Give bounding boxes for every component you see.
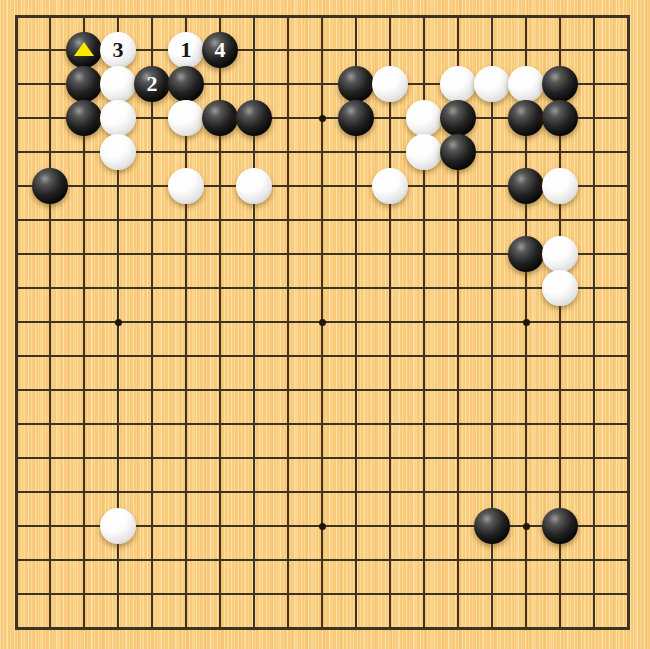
black-stone <box>440 134 476 170</box>
grid-line-horizontal <box>15 423 630 425</box>
grid-line-horizontal <box>15 491 630 493</box>
grid-line-vertical <box>593 15 595 630</box>
white-stone <box>508 66 544 102</box>
star-point <box>115 319 122 326</box>
black-stone <box>134 66 170 102</box>
black-stone <box>542 508 578 544</box>
white-stone <box>440 66 476 102</box>
white-stone <box>100 134 136 170</box>
black-stone <box>474 508 510 544</box>
black-stone <box>508 168 544 204</box>
grid-line-vertical <box>627 15 630 630</box>
star-point <box>319 319 326 326</box>
white-stone <box>100 32 136 68</box>
white-stone <box>542 270 578 306</box>
black-stone <box>32 168 68 204</box>
black-stone <box>168 66 204 102</box>
black-stone <box>202 100 238 136</box>
black-stone <box>66 100 102 136</box>
grid-line-horizontal <box>15 627 630 630</box>
star-point <box>523 523 530 530</box>
black-stone <box>66 66 102 102</box>
white-stone <box>406 100 442 136</box>
white-stone <box>168 32 204 68</box>
grid-line-vertical <box>389 15 391 630</box>
white-stone <box>542 168 578 204</box>
go-board[interactable]: 1234 <box>0 0 650 649</box>
grid-line-horizontal <box>15 593 630 595</box>
white-stone <box>168 100 204 136</box>
star-point <box>319 115 326 122</box>
white-stone <box>100 100 136 136</box>
black-stone <box>440 100 476 136</box>
white-stone <box>236 168 272 204</box>
grid-line-horizontal <box>15 559 630 561</box>
grid-line-horizontal <box>15 457 630 459</box>
star-point <box>319 523 326 530</box>
black-stone <box>542 66 578 102</box>
black-stone <box>338 66 374 102</box>
white-stone <box>372 66 408 102</box>
black-stone <box>202 32 238 68</box>
white-stone <box>474 66 510 102</box>
white-stone <box>542 236 578 272</box>
white-stone <box>168 168 204 204</box>
white-stone <box>100 66 136 102</box>
white-stone <box>406 134 442 170</box>
black-stone <box>338 100 374 136</box>
black-stone <box>508 100 544 136</box>
black-stone <box>542 100 578 136</box>
white-stone <box>372 168 408 204</box>
star-point <box>523 319 530 326</box>
grid-line-horizontal <box>15 389 630 391</box>
grid-line-horizontal <box>15 355 630 357</box>
triangle-marker <box>74 42 94 56</box>
white-stone <box>100 508 136 544</box>
black-stone <box>236 100 272 136</box>
black-stone <box>508 236 544 272</box>
